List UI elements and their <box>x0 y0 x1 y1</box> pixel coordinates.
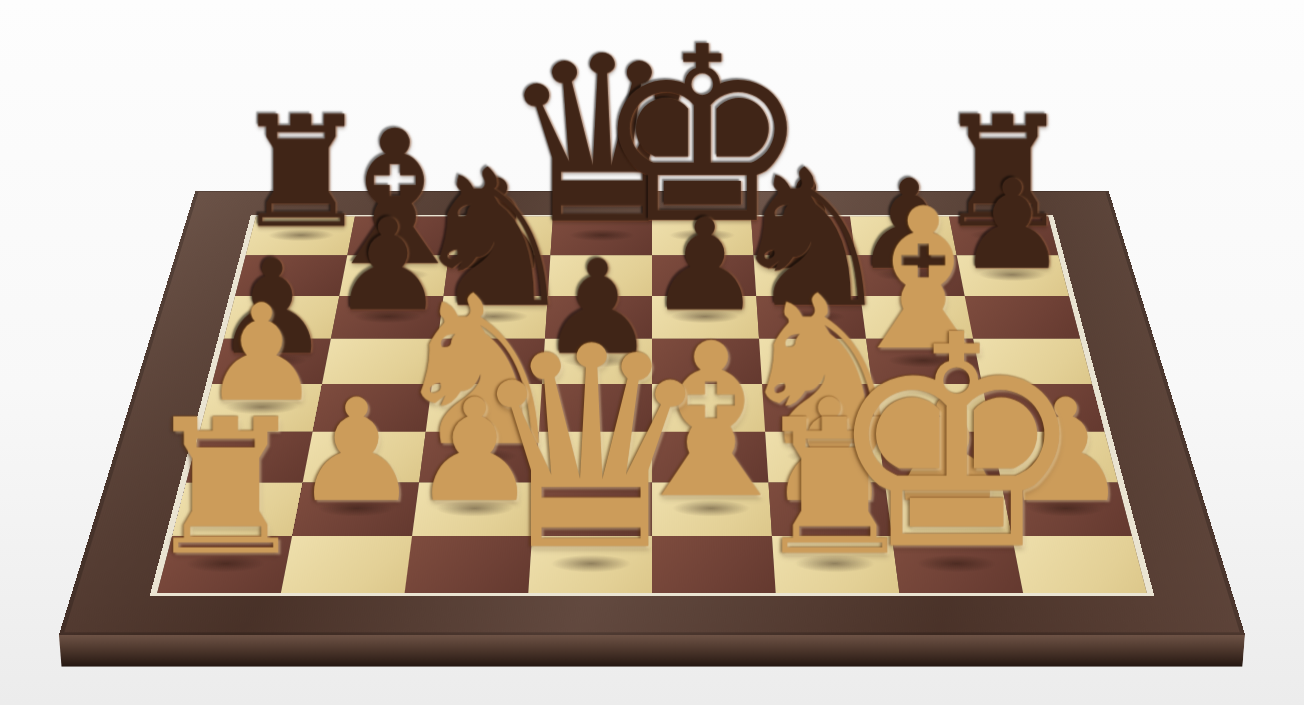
piece-white-pawn-b2[interactable]: ♟ <box>293 380 420 522</box>
chessboard: ♜♛♚♜♝♟♟♟♟♟♞♟♞♟♟♝♟♞♞♟♟♝♟♟♟♜♛♜♚ <box>59 191 1245 635</box>
board-front-edge <box>59 635 1245 667</box>
square-b2[interactable]: ♟ <box>292 482 419 536</box>
render-stage: ♜♛♚♜♝♟♟♟♟♟♞♟♞♟♟♝♟♞♞♟♟♝♟♟♟♜♛♜♚ <box>0 0 1304 705</box>
piece-white-queen-d1[interactable]: ♛ <box>466 310 716 589</box>
square-d1[interactable]: ♛ <box>528 536 652 593</box>
board-grid: ♜♛♚♜♝♟♟♟♟♟♞♟♞♟♟♝♟♞♞♟♟♝♟♟♟♜♛♜♚ <box>157 217 1147 594</box>
piece-white-king-g1[interactable]: ♚ <box>825 297 1088 590</box>
square-g1[interactable]: ♚ <box>892 536 1023 593</box>
board-playing-area: ♜♛♚♜♝♟♟♟♟♟♞♟♞♟♟♝♟♞♞♟♟♝♟♟♟♜♛♜♚ <box>150 215 1155 597</box>
piece-white-rook-a1[interactable]: ♜ <box>142 395 309 581</box>
square-a1[interactable]: ♜ <box>157 536 292 593</box>
